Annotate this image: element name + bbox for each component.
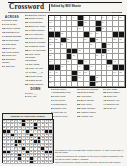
clue-item: 24 Chip dip (2, 66, 22, 69)
cell-number: 26 (114, 38, 116, 40)
cell-number: 4 (67, 16, 68, 18)
cell-number: 44 (79, 65, 81, 67)
cell-number: 7 (90, 16, 91, 18)
previous-puzzle-solution-grid: PASTARETRACELUNARONIDEAELEPHANTCOLAARIDT… (2, 119, 54, 163)
clue-item: 2 Way out (25, 96, 46, 99)
cell-number: 52 (119, 71, 121, 73)
cell-number: 9 (108, 16, 109, 18)
cell-number: 22 (55, 38, 57, 40)
solution-letter-cell: S (49, 161, 53, 164)
cell-number: 10 (114, 16, 116, 18)
clue-item: 10 Fail to keep (51, 116, 73, 119)
cell-number: 37 (96, 54, 98, 56)
cell-number: 20 (96, 32, 98, 34)
clues-column-2: 27 Ballpark figures28 Sense of self29 Lo… (25, 15, 46, 113)
clue-item: 45 Wrap-up (103, 108, 125, 111)
cell-number: 45 (90, 65, 92, 67)
cell-number: 34 (108, 49, 110, 51)
cell-number: 8 (102, 16, 103, 18)
cell-number: 15 (49, 27, 51, 29)
cell-number: 56 (49, 81, 51, 83)
cell-number: 12 (49, 21, 51, 23)
cell-number: 46 (108, 65, 110, 67)
cell-number: 1 (49, 16, 50, 18)
masthead-divider (49, 4, 50, 11)
cell-number: 31 (108, 43, 110, 45)
cell-number: 16 (79, 27, 81, 29)
cell-number: 23 (67, 38, 69, 40)
cell-number: 18 (61, 32, 63, 34)
cell-number: 24 (84, 38, 86, 40)
cell-number: 33 (79, 49, 81, 51)
cell-number: 43 (61, 65, 63, 67)
cell-number: 5 (73, 16, 74, 18)
cell-number: 25 (96, 38, 98, 40)
cell-number: 40 (67, 60, 69, 62)
fine-print-line: For answers, call 1-900-285-5656, $1.20 … (55, 149, 125, 155)
cell-number: 48 (55, 71, 57, 73)
newspaper-crossword-page: { "game": "crossword", "header": { "titl… (0, 0, 127, 165)
cell-number: 28 (49, 43, 51, 45)
cell-number: 42 (114, 60, 116, 62)
cell-number: 38 (102, 54, 104, 56)
page-title: Crossword (9, 3, 44, 11)
cell-number: 50 (84, 71, 86, 73)
cell-number: 17 (102, 27, 104, 29)
cell-number: 21 (49, 38, 51, 40)
cell-number: 39 (49, 60, 51, 62)
edited-by-label: Edited by Will Shortz (51, 5, 81, 8)
clues-column-3: 3 Snow glider4 Toothpaste type5 Picnic p… (51, 89, 73, 148)
cell-number: 54 (79, 76, 81, 78)
cell-number: 30 (90, 43, 92, 45)
cell-number: 19 (90, 32, 92, 34)
cell-number: 13 (84, 21, 86, 23)
cell-number: 53 (49, 76, 51, 78)
puzzle-grid[interactable]: 1234567891011121314151617181920212223242… (48, 15, 126, 88)
clues-column-1: ACROSS1 Noodle dish6 Kept at bay12 Moon-… (2, 15, 22, 113)
cell-number: 51 (114, 71, 116, 73)
clues-column-4: 11 Trapeze backup16 Desert sight20 Hold … (77, 89, 99, 148)
cell-number: 2 (55, 16, 56, 18)
fine-print: For answers, call 1-900-285-5656, $1.20 … (55, 149, 125, 166)
cell-number: 57 (96, 81, 98, 83)
fine-print-line: Online subscriptions: Today's puzzle and… (55, 161, 125, 165)
cell-number: 14 (102, 21, 104, 23)
cell-number: 11 (119, 16, 121, 18)
clues-column-5: 34 Tiny taste35 Goes astray42 Corn unit4… (103, 89, 125, 148)
cell-number: 47 (49, 71, 51, 73)
cell-number: 29 (61, 43, 63, 45)
fine-print-line: Annual subscriptions are available for t… (55, 155, 125, 161)
cell-number: 35 (49, 54, 51, 56)
cell-number: 6 (84, 16, 85, 18)
cell-number: 55 (96, 76, 98, 78)
cell-number: 41 (84, 60, 86, 62)
clue-item: 33 Holiday mo. (77, 116, 99, 119)
cell-number: 3 (61, 16, 62, 18)
cell-number: 32 (49, 49, 51, 51)
down-header: DOWN (25, 88, 46, 91)
cell-number: 27 (119, 38, 121, 40)
grid-cell[interactable] (119, 82, 125, 87)
cell-number: 49 (79, 71, 81, 73)
cell-number: 36 (73, 54, 75, 56)
